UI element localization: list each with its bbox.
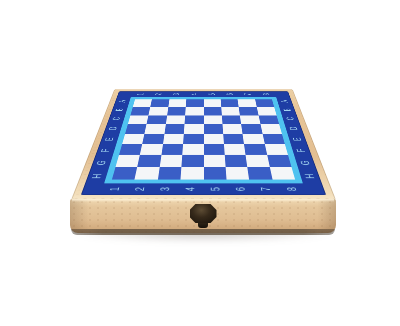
- square-d4: [184, 124, 204, 133]
- square-b7: [239, 107, 258, 115]
- checkerboard: [112, 99, 295, 179]
- clasp-knob: [190, 204, 217, 223]
- clasp-latch: [188, 204, 218, 228]
- square-b4: [185, 107, 203, 115]
- file-label-right-e: E: [288, 134, 308, 145]
- square-a2: [150, 99, 169, 107]
- file-label-right-b: B: [279, 105, 297, 114]
- square-c1: [128, 115, 149, 124]
- square-g5: [204, 155, 226, 167]
- square-f3: [161, 144, 183, 155]
- square-e1: [122, 134, 145, 144]
- square-e2: [143, 134, 165, 144]
- square-d7: [241, 124, 262, 133]
- rank-label-bottom-3: 3: [152, 183, 179, 195]
- square-a8: [255, 99, 274, 107]
- file-label-right-d: D: [284, 124, 303, 134]
- file-label-right-a: A: [276, 97, 293, 105]
- rank-label-bottom-7: 7: [253, 183, 281, 195]
- chess-box-lid: 12345678 ABCDEFGH ABCDEFGH 12345678: [71, 89, 336, 200]
- square-h4: [181, 167, 204, 180]
- square-g7: [246, 155, 270, 167]
- square-f5: [204, 144, 225, 155]
- square-e8: [262, 134, 285, 144]
- inner-frame: [104, 97, 303, 183]
- square-e3: [163, 134, 184, 144]
- coordinate-border: 12345678 ABCDEFGH ABCDEFGH 12345678: [81, 91, 326, 195]
- square-h3: [158, 167, 182, 180]
- square-a6: [221, 99, 239, 107]
- file-label-right-h: H: [299, 169, 322, 183]
- ranks-bottom: 12345678: [101, 183, 307, 195]
- square-h1: [112, 167, 138, 180]
- square-g4: [182, 155, 204, 167]
- square-a4: [186, 99, 204, 107]
- square-c4: [185, 115, 204, 124]
- rank-label-bottom-5: 5: [204, 183, 230, 195]
- square-a7: [238, 99, 257, 107]
- square-c6: [222, 115, 242, 124]
- rank-label-bottom-6: 6: [228, 183, 255, 195]
- square-h2: [135, 167, 160, 180]
- square-c2: [147, 115, 167, 124]
- square-b8: [257, 107, 277, 115]
- square-g8: [267, 155, 292, 167]
- rank-label-bottom-1: 1: [101, 183, 129, 195]
- square-e5: [204, 134, 224, 144]
- square-b5: [204, 107, 222, 115]
- file-label-right-g: G: [295, 156, 317, 169]
- square-f4: [182, 144, 203, 155]
- square-d2: [145, 124, 166, 133]
- square-g2: [138, 155, 162, 167]
- square-h6: [225, 167, 249, 180]
- square-d3: [164, 124, 184, 133]
- square-c5: [204, 115, 223, 124]
- rank-label-bottom-8: 8: [278, 183, 306, 195]
- file-label-right-c: C: [281, 114, 299, 123]
- square-d8: [260, 124, 282, 133]
- square-e4: [183, 134, 203, 144]
- box-front-face: [70, 199, 336, 233]
- square-h5: [204, 167, 227, 180]
- box-bottom-edge: [71, 229, 335, 235]
- square-a5: [204, 99, 222, 107]
- front-edge-highlight: [72, 199, 334, 202]
- square-c3: [166, 115, 186, 124]
- square-f8: [264, 144, 287, 155]
- square-h8: [269, 167, 295, 180]
- square-g1: [116, 155, 141, 167]
- square-a1: [133, 99, 152, 107]
- square-a3: [168, 99, 186, 107]
- square-e7: [243, 134, 265, 144]
- square-f2: [140, 144, 163, 155]
- border-corner: [303, 183, 326, 195]
- file-label-right-f: F: [291, 145, 312, 157]
- square-f1: [119, 144, 142, 155]
- square-c7: [240, 115, 260, 124]
- square-g6: [225, 155, 248, 167]
- square-c8: [258, 115, 279, 124]
- square-f7: [244, 144, 267, 155]
- square-e6: [223, 134, 244, 144]
- square-b6: [221, 107, 240, 115]
- square-b3: [167, 107, 186, 115]
- square-b1: [130, 107, 150, 115]
- square-d6: [222, 124, 242, 133]
- square-d1: [125, 124, 147, 133]
- rank-label-bottom-2: 2: [126, 183, 154, 195]
- rank-label-bottom-4: 4: [178, 183, 204, 195]
- product-photo-scene: 12345678 ABCDEFGH ABCDEFGH 12345678: [0, 0, 400, 326]
- square-h7: [247, 167, 272, 180]
- square-d5: [204, 124, 224, 133]
- wood-frame: 12345678 ABCDEFGH ABCDEFGH 12345678: [71, 89, 336, 200]
- square-b2: [149, 107, 168, 115]
- square-f6: [224, 144, 246, 155]
- square-g3: [160, 155, 183, 167]
